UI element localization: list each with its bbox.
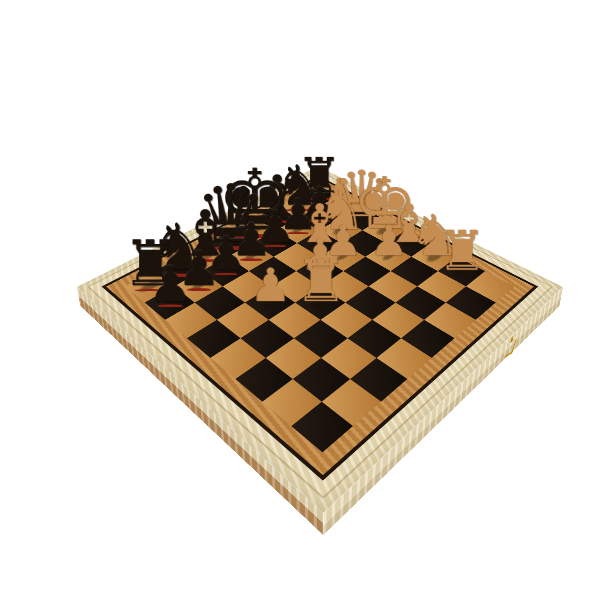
piece-wood-r[interactable]: ♜ bbox=[294, 252, 346, 310]
piece-wood-p[interactable]: ♟ bbox=[249, 262, 290, 308]
clasp-pin bbox=[510, 335, 513, 343]
piece-black-p[interactable]: ♟ bbox=[147, 259, 191, 309]
chess-box: ♜♞♝♛♚♝♞♜♟♟♟♟♟♟♟♟♛♚♝♞♜♞♟♝♟♟♟♜ bbox=[77, 166, 563, 513]
board-perspective-wrapper: ♜♞♝♛♚♝♞♜♟♟♟♟♟♟♟♟♛♚♝♞♜♞♟♝♟♟♟♜ bbox=[77, 166, 563, 513]
piece-wood-r[interactable]: ♜ bbox=[437, 224, 486, 278]
product-photo-scene: ♜♞♝♛♚♝♞♜♟♟♟♟♟♟♟♟♛♚♝♞♜♞♟♝♟♟♟♜ bbox=[0, 0, 600, 600]
piece-wood-p[interactable]: ♟ bbox=[369, 220, 407, 262]
